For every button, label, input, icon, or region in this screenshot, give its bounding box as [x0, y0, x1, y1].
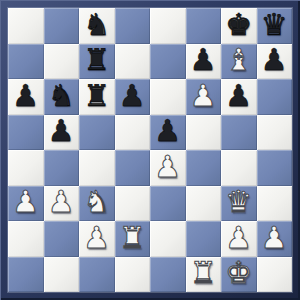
- square-b2[interactable]: [44, 221, 80, 257]
- chessboard: ♞♚♛♜♟♝♟♟♞♜♟♟♟♟♟♟♟♟♞♛♟♜♟♟♜♚: [8, 8, 292, 292]
- square-g8[interactable]: ♚: [221, 8, 257, 44]
- square-a7[interactable]: [8, 44, 44, 80]
- square-a3[interactable]: ♟: [8, 186, 44, 222]
- square-b3[interactable]: ♟: [44, 186, 80, 222]
- white-rook-f1[interactable]: ♜: [190, 258, 217, 288]
- square-e2[interactable]: [150, 221, 186, 257]
- square-f8[interactable]: [186, 8, 222, 44]
- square-d2[interactable]: ♜: [115, 221, 151, 257]
- white-pawn-f6[interactable]: ♟: [190, 81, 217, 111]
- black-pawn-g6[interactable]: ♟: [225, 81, 252, 111]
- black-pawn-b5[interactable]: ♟: [48, 116, 75, 146]
- square-e6[interactable]: [150, 79, 186, 115]
- square-a4[interactable]: [8, 150, 44, 186]
- white-king-g1[interactable]: ♚: [225, 258, 252, 288]
- white-pawn-a3[interactable]: ♟: [12, 187, 39, 217]
- square-e8[interactable]: [150, 8, 186, 44]
- square-c4[interactable]: [79, 150, 115, 186]
- black-pawn-e5[interactable]: ♟: [154, 116, 181, 146]
- square-g4[interactable]: [221, 150, 257, 186]
- square-a2[interactable]: [8, 221, 44, 257]
- square-g7[interactable]: ♝: [221, 44, 257, 80]
- square-g5[interactable]: [221, 115, 257, 151]
- square-e5[interactable]: ♟: [150, 115, 186, 151]
- square-c6[interactable]: ♜: [79, 79, 115, 115]
- square-f5[interactable]: [186, 115, 222, 151]
- square-e3[interactable]: [150, 186, 186, 222]
- square-e4[interactable]: ♟: [150, 150, 186, 186]
- square-c2[interactable]: ♟: [79, 221, 115, 257]
- square-h8[interactable]: ♛: [257, 8, 293, 44]
- square-f3[interactable]: [186, 186, 222, 222]
- square-e7[interactable]: [150, 44, 186, 80]
- white-bishop-g7[interactable]: ♝: [225, 45, 252, 75]
- square-c5[interactable]: [79, 115, 115, 151]
- square-d7[interactable]: [115, 44, 151, 80]
- square-e1[interactable]: [150, 257, 186, 293]
- square-b7[interactable]: [44, 44, 80, 80]
- square-a6[interactable]: ♟: [8, 79, 44, 115]
- square-b4[interactable]: [44, 150, 80, 186]
- square-d8[interactable]: [115, 8, 151, 44]
- chessboard-frame: ♞♚♛♜♟♝♟♟♞♜♟♟♟♟♟♟♟♟♞♛♟♜♟♟♜♚: [0, 0, 300, 300]
- black-pawn-a6[interactable]: ♟: [12, 81, 39, 111]
- square-f1[interactable]: ♜: [186, 257, 222, 293]
- black-rook-c6[interactable]: ♜: [83, 81, 110, 111]
- square-f6[interactable]: ♟: [186, 79, 222, 115]
- square-a8[interactable]: [8, 8, 44, 44]
- white-queen-g3[interactable]: ♛: [225, 187, 252, 217]
- square-a1[interactable]: [8, 257, 44, 293]
- square-h7[interactable]: ♟: [257, 44, 293, 80]
- square-g1[interactable]: ♚: [221, 257, 257, 293]
- square-b1[interactable]: [44, 257, 80, 293]
- square-d6[interactable]: ♟: [115, 79, 151, 115]
- black-pawn-h7[interactable]: ♟: [261, 45, 288, 75]
- square-g6[interactable]: ♟: [221, 79, 257, 115]
- square-g2[interactable]: ♟: [221, 221, 257, 257]
- square-h1[interactable]: [257, 257, 293, 293]
- square-a5[interactable]: [8, 115, 44, 151]
- white-pawn-e4[interactable]: ♟: [154, 152, 181, 182]
- black-king-g8[interactable]: ♚: [225, 10, 252, 40]
- black-knight-b6[interactable]: ♞: [48, 81, 75, 111]
- square-b5[interactable]: ♟: [44, 115, 80, 151]
- white-pawn-g2[interactable]: ♟: [225, 223, 252, 253]
- square-h2[interactable]: ♟: [257, 221, 293, 257]
- square-b6[interactable]: ♞: [44, 79, 80, 115]
- white-pawn-c2[interactable]: ♟: [83, 223, 110, 253]
- white-rook-d2[interactable]: ♜: [119, 223, 146, 253]
- square-c3[interactable]: ♞: [79, 186, 115, 222]
- square-h3[interactable]: [257, 186, 293, 222]
- square-g3[interactable]: ♛: [221, 186, 257, 222]
- white-pawn-h2[interactable]: ♟: [261, 223, 288, 253]
- square-b8[interactable]: [44, 8, 80, 44]
- square-d5[interactable]: [115, 115, 151, 151]
- square-h6[interactable]: [257, 79, 293, 115]
- square-c7[interactable]: ♜: [79, 44, 115, 80]
- square-c8[interactable]: ♞: [79, 8, 115, 44]
- square-f2[interactable]: [186, 221, 222, 257]
- square-h5[interactable]: [257, 115, 293, 151]
- white-knight-c3[interactable]: ♞: [83, 187, 110, 217]
- square-d1[interactable]: [115, 257, 151, 293]
- square-d4[interactable]: [115, 150, 151, 186]
- square-d3[interactable]: [115, 186, 151, 222]
- square-c1[interactable]: [79, 257, 115, 293]
- square-f7[interactable]: ♟: [186, 44, 222, 80]
- black-pawn-f7[interactable]: ♟: [190, 45, 217, 75]
- black-rook-c7[interactable]: ♜: [83, 45, 110, 75]
- black-knight-c8[interactable]: ♞: [83, 10, 110, 40]
- black-pawn-d6[interactable]: ♟: [119, 81, 146, 111]
- square-h4[interactable]: [257, 150, 293, 186]
- white-pawn-b3[interactable]: ♟: [48, 187, 75, 217]
- black-queen-h8[interactable]: ♛: [261, 10, 288, 40]
- square-f4[interactable]: [186, 150, 222, 186]
